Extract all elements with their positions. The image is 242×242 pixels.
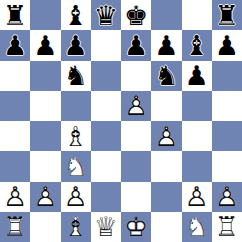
square-h3[interactable] [212,151,242,181]
piece-glyph-outline: ♔ [121,212,151,242]
square-d3[interactable] [91,151,121,181]
piece-glyph-fill: ♜ [212,0,242,30]
square-g2[interactable]: ♟♙ [182,182,212,212]
square-d5[interactable] [91,91,121,121]
white-queen[interactable]: ♛♕ [91,212,121,242]
piece-glyph-fill: ♞ [151,61,181,91]
square-g3[interactable] [182,151,212,181]
square-d1[interactable]: ♛♕ [91,212,121,242]
square-h5[interactable] [212,91,242,121]
square-d7[interactable] [91,30,121,60]
square-g4[interactable] [182,121,212,151]
piece-glyph-outline: ♙ [61,182,91,212]
white-pawn[interactable]: ♟♙ [151,121,181,151]
black-bishop[interactable]: ♝ [61,0,91,30]
white-pawn[interactable]: ♟♙ [121,91,151,121]
square-c4[interactable]: ♝♗ [61,121,91,151]
square-f7[interactable]: ♟ [151,30,181,60]
square-c2[interactable]: ♟♙ [61,182,91,212]
white-pawn[interactable]: ♟♙ [212,182,242,212]
square-g8[interactable] [182,0,212,30]
square-h8[interactable]: ♜ [212,0,242,30]
piece-glyph-fill: ♟ [61,30,91,60]
piece-glyph-fill: ♝ [182,30,212,60]
square-g7[interactable]: ♝ [182,30,212,60]
square-e6[interactable] [121,61,151,91]
black-rook[interactable]: ♜ [212,0,242,30]
piece-glyph-outline: ♙ [212,182,242,212]
square-b7[interactable]: ♟ [30,30,60,60]
white-bishop[interactable]: ♝♗ [61,121,91,151]
piece-glyph-outline: ♙ [0,182,30,212]
piece-glyph-outline: ♕ [91,212,121,242]
piece-glyph-outline: ♗ [61,121,91,151]
square-a3[interactable] [0,151,30,181]
square-e2[interactable] [121,182,151,212]
white-rook[interactable]: ♜♖ [212,212,242,242]
black-pawn[interactable]: ♟ [0,30,30,60]
square-a8[interactable]: ♜ [0,0,30,30]
square-e7[interactable]: ♟ [121,30,151,60]
square-a5[interactable] [0,91,30,121]
square-b4[interactable] [30,121,60,151]
piece-glyph-fill: ♞ [61,61,91,91]
white-king[interactable]: ♚♔ [121,212,151,242]
piece-glyph-fill: ♛ [91,0,121,30]
square-d6[interactable] [91,61,121,91]
black-pawn[interactable]: ♟ [61,30,91,60]
piece-glyph-fill: ♟ [0,30,30,60]
square-e4[interactable] [121,121,151,151]
square-f5[interactable] [151,91,181,121]
square-a2[interactable]: ♟♙ [0,182,30,212]
square-a6[interactable] [0,61,30,91]
black-knight[interactable]: ♞ [151,61,181,91]
square-b2[interactable]: ♟♙ [30,182,60,212]
square-g5[interactable] [182,91,212,121]
piece-glyph-fill: ♜ [0,0,30,30]
square-e3[interactable] [121,151,151,181]
white-rook[interactable]: ♜♖ [0,212,30,242]
piece-glyph-fill: ♚ [121,0,151,30]
square-a4[interactable] [0,121,30,151]
square-d8[interactable]: ♛ [91,0,121,30]
white-pawn[interactable]: ♟♙ [182,182,212,212]
square-b5[interactable] [30,91,60,121]
piece-glyph-outline: ♗ [61,212,91,242]
square-b1[interactable] [30,212,60,242]
piece-glyph-fill: ♟ [30,30,60,60]
black-pawn[interactable]: ♟ [212,30,242,60]
square-h7[interactable]: ♟ [212,30,242,60]
black-king[interactable]: ♚ [121,0,151,30]
square-h1[interactable]: ♜♖ [212,212,242,242]
square-f1[interactable] [151,212,181,242]
square-e5[interactable]: ♟♙ [121,91,151,121]
piece-glyph-outline: ♖ [212,212,242,242]
white-pawn[interactable]: ♟♙ [0,182,30,212]
piece-glyph-outline: ♖ [0,212,30,242]
black-queen[interactable]: ♛ [91,0,121,30]
piece-glyph-outline: ♘ [61,151,91,181]
square-h2[interactable]: ♟♙ [212,182,242,212]
square-f8[interactable] [151,0,181,30]
square-f2[interactable] [151,182,181,212]
square-c7[interactable]: ♟ [61,30,91,60]
white-bishop[interactable]: ♝♗ [61,212,91,242]
piece-glyph-outline: ♙ [182,182,212,212]
black-bishop[interactable]: ♝ [182,30,212,60]
piece-glyph-fill: ♝ [61,0,91,30]
square-a1[interactable]: ♜♖ [0,212,30,242]
piece-glyph-outline: ♘ [182,212,212,242]
square-h4[interactable] [212,121,242,151]
square-b6[interactable] [30,61,60,91]
square-b3[interactable] [30,151,60,181]
square-c6[interactable]: ♞ [61,61,91,91]
white-pawn[interactable]: ♟♙ [61,182,91,212]
black-pawn[interactable]: ♟ [30,30,60,60]
piece-glyph-fill: ♟ [121,30,151,60]
black-pawn[interactable]: ♟ [151,30,181,60]
square-g1[interactable]: ♞♘ [182,212,212,242]
square-c5[interactable] [61,91,91,121]
square-d2[interactable] [91,182,121,212]
square-d4[interactable] [91,121,121,151]
square-f3[interactable] [151,151,181,181]
black-knight[interactable]: ♞ [61,61,91,91]
black-pawn[interactable]: ♟ [182,61,212,91]
square-g6[interactable]: ♟ [182,61,212,91]
piece-glyph-outline: ♙ [151,121,181,151]
piece-glyph-outline: ♙ [30,182,60,212]
piece-glyph-fill: ♟ [212,30,242,60]
square-h6[interactable] [212,61,242,91]
piece-glyph-fill: ♟ [182,61,212,91]
square-f6[interactable]: ♞ [151,61,181,91]
square-e1[interactable]: ♚♔ [121,212,151,242]
square-c8[interactable]: ♝ [61,0,91,30]
square-c3[interactable]: ♞♘ [61,151,91,181]
chess-board: ♜♝♛♚♜♟♟♟♟♟♝♟♞♞♟♟♙♝♗♟♙♞♘♟♙♟♙♟♙♟♙♟♙♜♖♝♗♛♕♚… [0,0,242,242]
piece-glyph-fill: ♟ [151,30,181,60]
white-knight[interactable]: ♞♘ [61,151,91,181]
white-pawn[interactable]: ♟♙ [30,182,60,212]
square-f4[interactable]: ♟♙ [151,121,181,151]
square-a7[interactable]: ♟ [0,30,30,60]
black-pawn[interactable]: ♟ [121,30,151,60]
square-b8[interactable] [30,0,60,30]
white-knight[interactable]: ♞♘ [182,212,212,242]
piece-glyph-outline: ♙ [121,91,151,121]
square-e8[interactable]: ♚ [121,0,151,30]
square-c1[interactable]: ♝♗ [61,212,91,242]
black-rook[interactable]: ♜ [0,0,30,30]
